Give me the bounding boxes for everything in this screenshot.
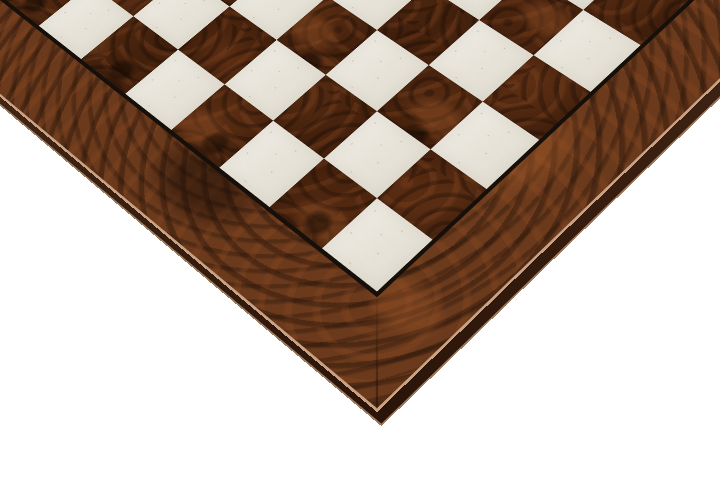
playing-field xyxy=(0,0,720,292)
chessboard-product-photo xyxy=(0,0,720,480)
board-scene xyxy=(0,0,720,480)
chessboard xyxy=(0,0,720,412)
frame-miter-joint xyxy=(376,281,378,408)
playing-area-fillet-line xyxy=(0,0,720,297)
